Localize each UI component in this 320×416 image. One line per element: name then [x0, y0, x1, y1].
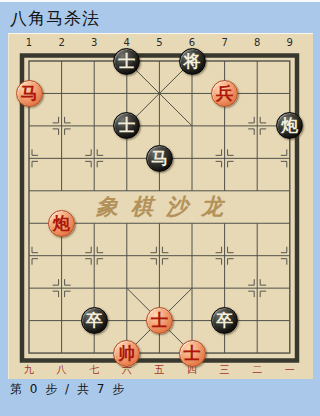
piece-red-king[interactable]: 帅 [113, 340, 140, 367]
file-label-bottom-3: 七 [89, 364, 99, 376]
file-label-bottom-7: 三 [220, 364, 230, 376]
piece-red-pawn[interactable]: 兵 [211, 80, 238, 107]
file-label-top-5: 5 [156, 37, 162, 49]
file-label-bottom-8: 二 [252, 364, 262, 376]
status-bar: 第 0 步 / 共 7 步 [10, 381, 126, 398]
piece-black-soldier[interactable]: 卒 [81, 307, 108, 334]
file-label-bottom-2: 八 [57, 364, 67, 376]
piece-black-soldier[interactable]: 卒 [211, 307, 238, 334]
file-label-top-7: 7 [221, 37, 227, 49]
piece-red-cannon[interactable]: 炮 [48, 210, 75, 237]
piece-black-advisor[interactable]: 士 [113, 48, 140, 75]
file-label-top-8: 8 [254, 37, 260, 49]
xiangqi-board[interactable]: 123456789 象棋沙龙 九八七六五四三二一 士将马兵士炮马炮卒士卒帅士 [8, 33, 313, 379]
page-title: 八角马杀法 [10, 7, 100, 30]
piece-red-advisor[interactable]: 士 [179, 340, 206, 367]
piece-red-horse[interactable]: 马 [16, 80, 43, 107]
file-label-bottom-1: 九 [24, 364, 34, 376]
file-label-top-9: 9 [287, 37, 293, 49]
window-top-edge [0, 0, 320, 2]
piece-black-general[interactable]: 将 [179, 48, 206, 75]
file-label-top-2: 2 [58, 37, 64, 49]
file-label-bottom-5: 五 [154, 364, 164, 376]
piece-red-advisor[interactable]: 士 [146, 307, 173, 334]
piece-black-horse[interactable]: 马 [146, 145, 173, 172]
file-label-bottom-9: 一 [285, 364, 295, 376]
file-label-top-3: 3 [91, 37, 97, 49]
file-label-top-1: 1 [26, 37, 32, 49]
